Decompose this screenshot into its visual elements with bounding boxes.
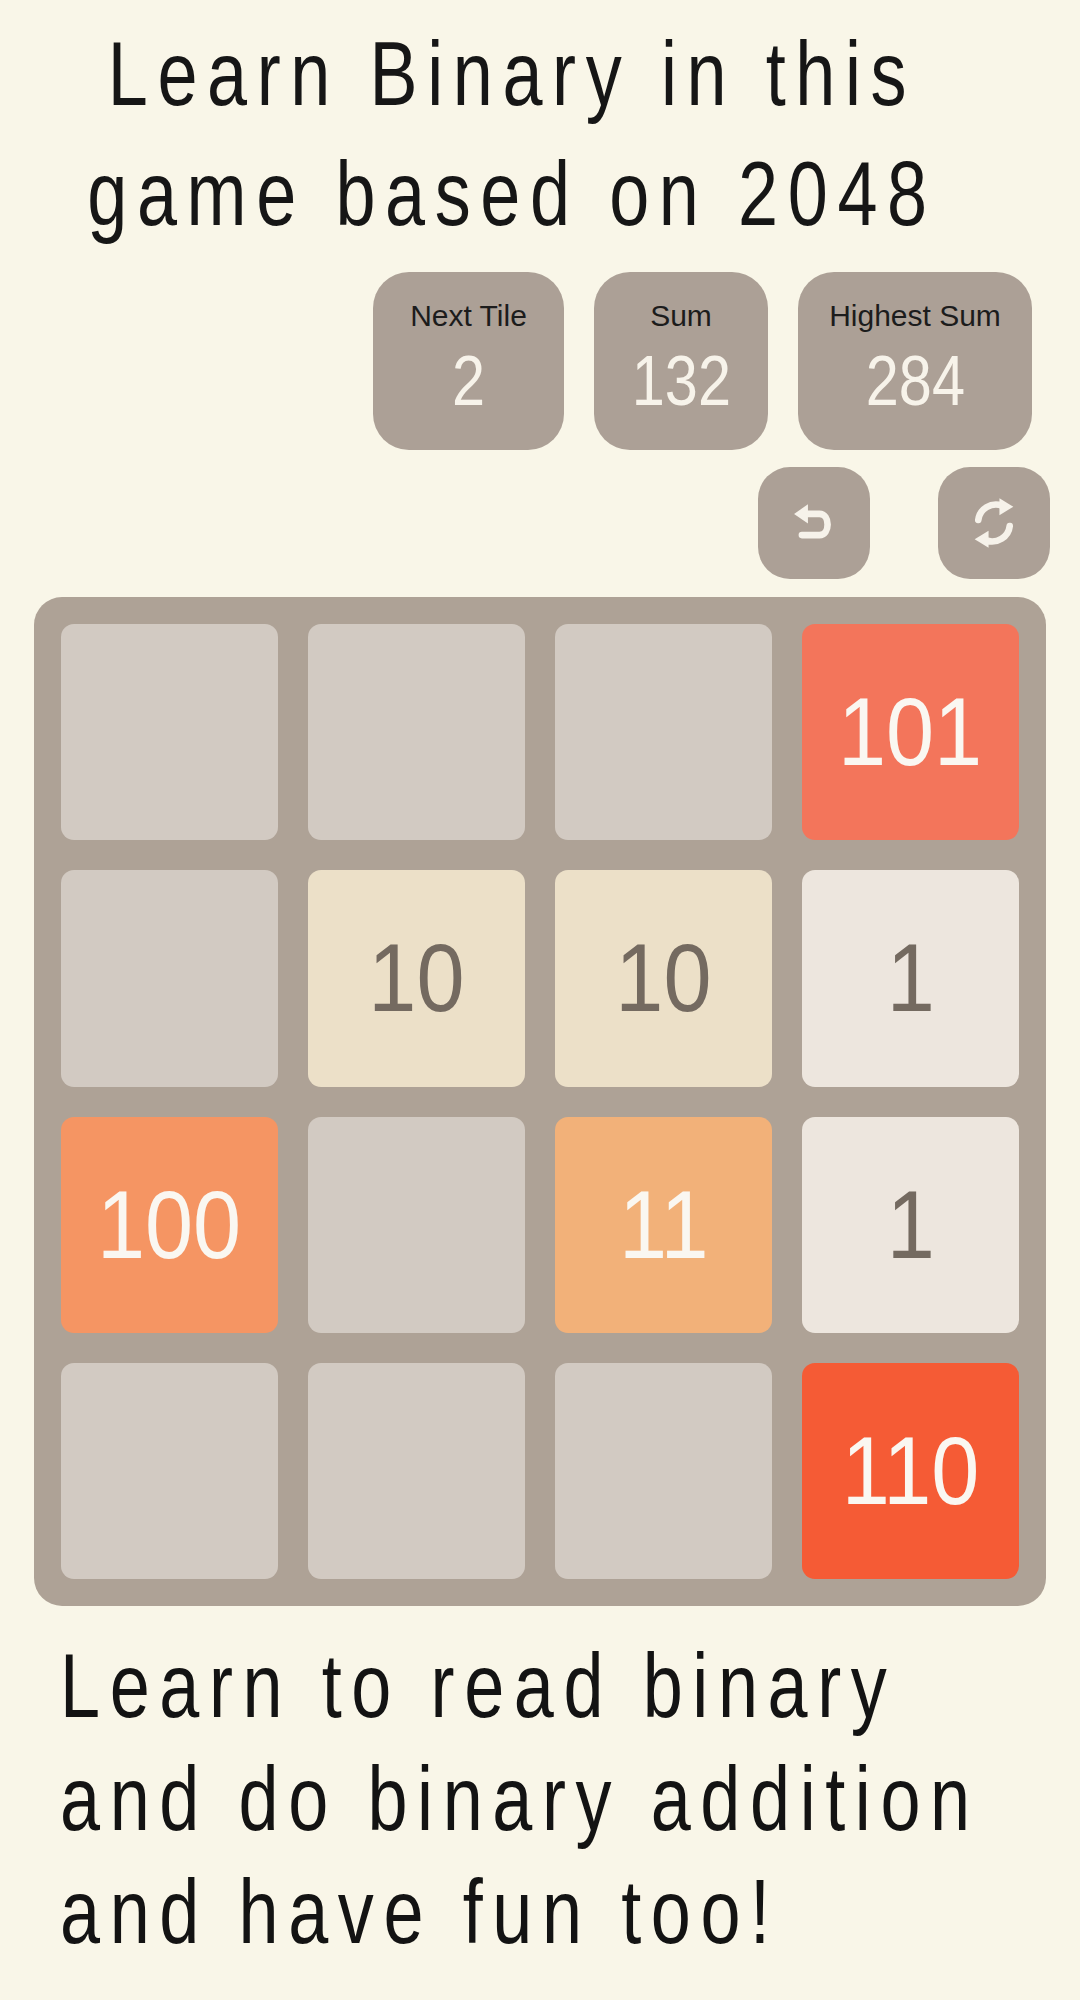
stat-sum-value: 132 xyxy=(631,342,730,420)
tile-1-r2c4: 1 xyxy=(802,870,1019,1086)
tile-10-r2c3: 10 xyxy=(555,870,772,1086)
cell-r1c3-empty xyxy=(555,624,772,840)
cell-r4c3-empty xyxy=(555,1363,772,1579)
stat-next-tile: Next Tile 2 xyxy=(373,272,564,450)
refresh-icon xyxy=(965,494,1023,552)
page-title: Learn Binary in this game based on 2048 xyxy=(52,14,972,254)
tile-11-r3c3: 11 xyxy=(555,1117,772,1333)
board-grid: 10110101100111110 xyxy=(61,624,1019,1579)
game-board[interactable]: 10110101100111110 xyxy=(34,597,1046,1606)
cell-r4c2-empty xyxy=(308,1363,525,1579)
tile-value: 11 xyxy=(619,1170,709,1280)
stats-row: Next Tile 2 Sum 132 Highest Sum 284 xyxy=(0,272,1080,450)
footer-tagline: Learn to read binary and do binary addit… xyxy=(60,1630,1028,1969)
tile-10-r2c2: 10 xyxy=(308,870,525,1086)
stat-sum: Sum 132 xyxy=(594,272,768,450)
stat-highest-sum-value: 284 xyxy=(865,342,964,420)
tile-value: 10 xyxy=(368,923,464,1033)
stat-highest-sum-label: Highest Sum xyxy=(798,298,1032,334)
stat-next-tile-value: 2 xyxy=(452,342,485,420)
tile-value: 1 xyxy=(886,923,934,1033)
cell-r3c2-empty xyxy=(308,1117,525,1333)
cell-r1c1-empty xyxy=(61,624,278,840)
undo-button[interactable] xyxy=(758,467,870,579)
undo-icon xyxy=(785,494,843,552)
tile-value: 101 xyxy=(838,677,982,787)
stat-highest-sum: Highest Sum 284 xyxy=(798,272,1032,450)
tile-100-r3c1: 100 xyxy=(61,1117,278,1333)
tile-110-r4c4: 110 xyxy=(802,1363,1019,1579)
stat-next-tile-label: Next Tile xyxy=(373,298,564,334)
cell-r4c1-empty xyxy=(61,1363,278,1579)
tile-value: 100 xyxy=(97,1170,241,1280)
tile-value: 1 xyxy=(886,1170,934,1280)
cell-r2c1-empty xyxy=(61,870,278,1086)
tile-value: 110 xyxy=(842,1416,980,1526)
cell-r1c2-empty xyxy=(308,624,525,840)
tile-101-r1c4: 101 xyxy=(802,624,1019,840)
controls-row xyxy=(0,467,1080,579)
tile-1-r3c4: 1 xyxy=(802,1117,1019,1333)
stat-sum-label: Sum xyxy=(594,298,768,334)
tile-value: 10 xyxy=(615,923,711,1033)
restart-button[interactable] xyxy=(938,467,1050,579)
